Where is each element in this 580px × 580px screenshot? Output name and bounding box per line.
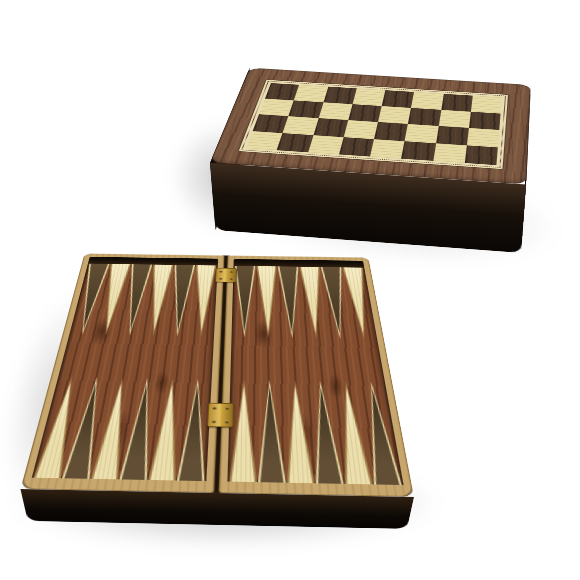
point-fill: [259, 386, 283, 482]
backgammon-point-dark: [257, 380, 287, 483]
backgammon-point-dark: [62, 377, 110, 479]
backgammon-point-light: [256, 266, 280, 338]
backgammon-point-dark: [277, 266, 304, 338]
chess-square-light: [283, 116, 318, 135]
point-fill: [235, 266, 254, 332]
backgammon-point-dark: [70, 264, 110, 335]
point-fill: [150, 385, 182, 481]
point-fill: [64, 383, 106, 478]
point-fill: [279, 266, 301, 332]
point-fill: [36, 383, 81, 478]
brass-hinge-far: [215, 268, 237, 283]
point-fill: [93, 384, 131, 480]
point-fill: [322, 267, 349, 334]
brass-hinge-near: [207, 403, 234, 428]
backgammon-point-dark: [176, 379, 210, 481]
point-fill: [344, 267, 373, 334]
backgammon-point-light: [90, 377, 135, 479]
point-fill: [362, 388, 400, 485]
chess-square-light: [308, 135, 344, 155]
point-fill: [231, 386, 254, 482]
backgammon-point-dark: [308, 381, 345, 484]
chess-square-light: [378, 106, 411, 124]
points-row-top-left: [70, 264, 217, 337]
points-row-bottom-left: [33, 377, 211, 482]
chess-square-dark: [465, 145, 498, 165]
point-fill: [311, 387, 342, 484]
board-front-side: [20, 489, 414, 529]
point-fill: [258, 266, 278, 332]
open-backgammon-board: [20, 253, 414, 497]
hinge-screw: [212, 407, 216, 410]
chess-square-light: [467, 128, 500, 147]
interior-right-half: [227, 266, 403, 485]
hinge-screw: [225, 420, 229, 423]
chess-square-dark: [374, 122, 408, 141]
chess-square-light: [344, 120, 378, 139]
backgammon-point-light: [342, 267, 376, 339]
chess-square-light: [438, 110, 470, 128]
interior-left-half: [32, 264, 218, 481]
product-photo: [0, 0, 580, 580]
chess-square-dark: [436, 126, 469, 145]
hinge-screw: [230, 278, 234, 280]
backgammon-point-light: [148, 378, 186, 480]
hinge-screw: [225, 407, 229, 410]
chess-square-dark: [401, 141, 435, 161]
board-half-left: [20, 253, 224, 493]
chess-square-light: [370, 139, 405, 159]
points-row-bottom-right: [229, 380, 403, 485]
backgammon-point-light: [33, 377, 85, 479]
point-fill: [301, 267, 325, 333]
chess-square-light: [411, 92, 443, 110]
point-fill: [122, 384, 157, 480]
chess-square-dark: [469, 111, 501, 129]
points-row-top-right: [232, 266, 376, 340]
chess-square-light: [471, 96, 502, 114]
chess-square-light: [352, 88, 385, 105]
chess-square-light: [405, 124, 439, 143]
chess-square-dark: [313, 118, 348, 137]
chess-square-light: [246, 131, 283, 150]
point-fill: [336, 388, 370, 485]
backgammon-point-light: [189, 265, 217, 337]
hinge-screw: [212, 420, 217, 423]
backgammon-point-dark: [119, 378, 160, 480]
point-fill: [179, 385, 208, 481]
chess-square-dark: [408, 108, 441, 126]
point-fill: [285, 387, 313, 483]
backgammon-point-light: [282, 380, 315, 483]
chess-square-light: [318, 102, 352, 120]
chess-square-dark: [348, 104, 382, 122]
backgammon-point-light: [333, 381, 373, 484]
chess-square-dark: [382, 90, 415, 107]
chess-square-dark: [277, 133, 313, 152]
chess-square-dark: [441, 94, 473, 112]
point-fill: [74, 264, 108, 330]
chess-square-light: [433, 143, 467, 163]
board-face: [20, 253, 414, 497]
hinge-screw: [219, 270, 223, 272]
chess-square-dark: [323, 87, 356, 104]
board-half-right: [219, 256, 414, 498]
point-fill: [168, 265, 193, 331]
backgammon-point-light: [229, 380, 258, 483]
chess-square-dark: [339, 137, 374, 157]
closed-case: [210, 68, 531, 185]
backgammon-point-dark: [358, 382, 402, 485]
chess-grid: [246, 83, 502, 165]
point-fill: [192, 265, 215, 331]
chess-square-dark: [253, 114, 289, 133]
hinge-screw: [230, 271, 234, 273]
hinge-screw: [219, 278, 223, 280]
